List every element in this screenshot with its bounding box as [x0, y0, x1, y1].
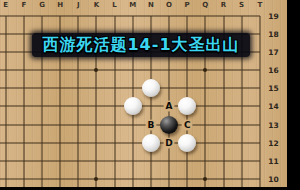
title-banner-text: 西游死活题14-1大圣出山	[42, 35, 239, 56]
right-letterbox	[287, 0, 300, 190]
white-stone-M14[interactable]	[124, 97, 142, 115]
black-stone-O13[interactable]	[160, 116, 178, 134]
grid-hline	[0, 160, 260, 161]
star-point-K10	[94, 177, 98, 181]
column-label-H: H	[57, 0, 63, 10]
white-stone-N12[interactable]	[142, 134, 160, 152]
column-label-R: R	[221, 0, 226, 10]
column-label-T: T	[257, 0, 262, 10]
row-label-17: 17	[268, 48, 278, 57]
go-app-screen: EFGHJKLMNOPQRST19181716151413121110ABCD …	[0, 0, 300, 190]
grid-hline	[0, 124, 260, 125]
grid-hline	[0, 70, 260, 71]
grid-hline	[0, 88, 260, 89]
point-label-C[interactable]: C	[182, 119, 193, 130]
column-label-J: J	[77, 0, 80, 10]
row-label-13: 13	[268, 120, 278, 129]
row-label-10: 10	[268, 175, 278, 184]
white-stone-N15[interactable]	[142, 79, 160, 97]
row-label-14: 14	[268, 102, 278, 111]
title-banner: 西游死活题14-1大圣出山	[32, 33, 250, 57]
point-label-B[interactable]: B	[145, 119, 156, 130]
column-label-F: F	[21, 0, 26, 10]
white-stone-P12[interactable]	[178, 134, 196, 152]
column-label-L: L	[112, 0, 116, 10]
star-point-Q10	[203, 177, 207, 181]
go-board[interactable]: EFGHJKLMNOPQRST19181716151413121110ABCD	[0, 0, 287, 187]
row-label-19: 19	[268, 11, 278, 20]
grid-hline	[0, 15, 260, 16]
grid-hline	[0, 142, 260, 143]
row-label-16: 16	[268, 66, 278, 75]
column-label-M: M	[129, 0, 136, 10]
point-label-A[interactable]: A	[164, 101, 175, 112]
column-label-Q: Q	[202, 0, 208, 10]
column-label-K: K	[94, 0, 99, 10]
grid-hline	[0, 179, 260, 180]
row-label-12: 12	[268, 138, 278, 147]
column-label-P: P	[185, 0, 190, 10]
column-label-S: S	[239, 0, 244, 10]
star-point-Q16	[203, 68, 207, 72]
row-label-15: 15	[268, 84, 278, 93]
column-label-E: E	[3, 0, 8, 10]
column-label-N: N	[148, 0, 154, 10]
column-label-O: O	[166, 0, 172, 10]
point-label-D[interactable]: D	[164, 137, 175, 148]
bottom-letterbox	[0, 187, 287, 190]
row-label-11: 11	[268, 156, 278, 165]
white-stone-P14[interactable]	[178, 97, 196, 115]
star-point-K16	[94, 68, 98, 72]
column-label-G: G	[39, 0, 45, 10]
row-label-18: 18	[268, 29, 278, 38]
